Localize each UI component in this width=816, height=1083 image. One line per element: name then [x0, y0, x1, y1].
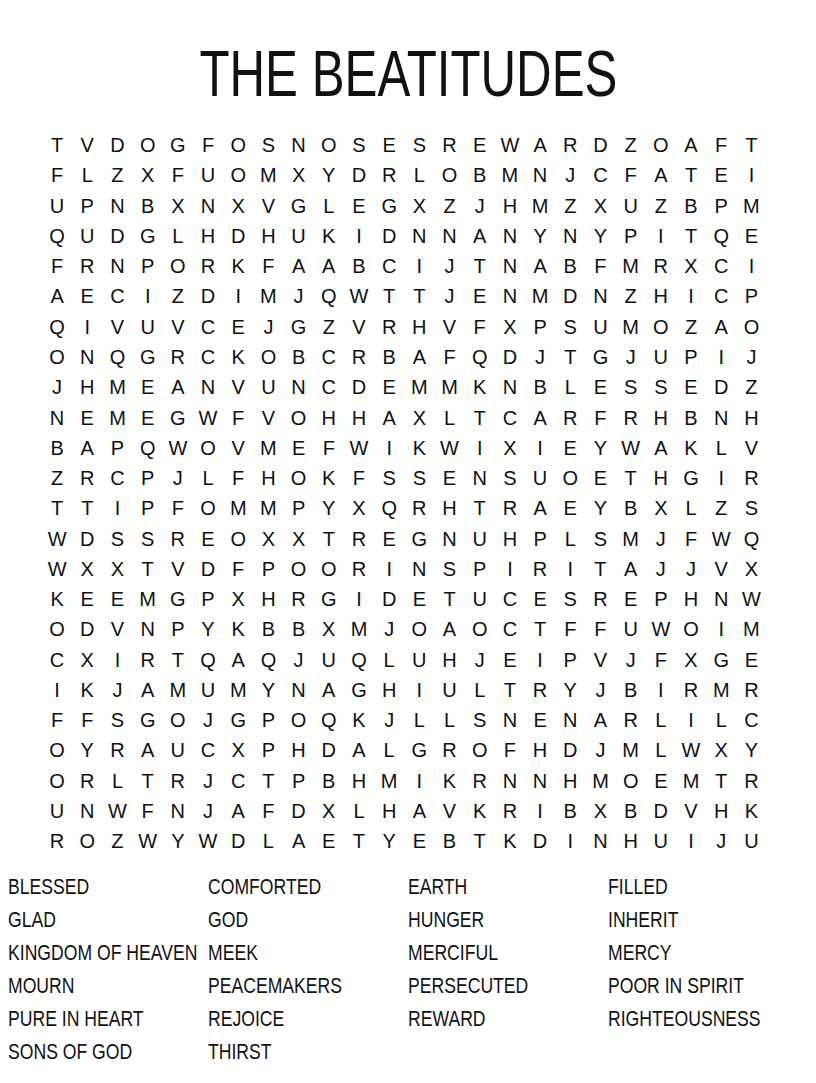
grid-cell-r3c24[interactable]: M: [736, 191, 766, 221]
grid-cell-r19c3[interactable]: J: [102, 675, 132, 705]
grid-cell-r13c18[interactable]: E: [555, 493, 585, 523]
grid-cell-r19c10[interactable]: A: [314, 675, 344, 705]
grid-cell-r20c1[interactable]: F: [42, 705, 72, 735]
grid-cell-r16c20[interactable]: E: [616, 584, 646, 614]
grid-cell-r17c4[interactable]: N: [133, 614, 163, 644]
grid-cell-r14c14[interactable]: N: [434, 523, 464, 553]
grid-cell-r4c2[interactable]: U: [72, 221, 102, 251]
grid-cell-r20c18[interactable]: N: [555, 705, 585, 735]
grid-cell-r9c1[interactable]: J: [42, 372, 72, 402]
grid-cell-r13c12[interactable]: Q: [374, 493, 404, 523]
grid-cell-r3c19[interactable]: X: [585, 191, 615, 221]
grid-cell-r5c19[interactable]: F: [585, 251, 615, 281]
grid-cell-r2c8[interactable]: M: [253, 160, 283, 190]
grid-cell-r8c20[interactable]: J: [616, 342, 646, 372]
grid-cell-r11c3[interactable]: P: [102, 433, 132, 463]
grid-cell-r8c2[interactable]: N: [72, 342, 102, 372]
grid-cell-r12c13[interactable]: S: [404, 463, 434, 493]
grid-cell-r5c10[interactable]: A: [314, 251, 344, 281]
grid-cell-r17c13[interactable]: O: [404, 614, 434, 644]
grid-cell-r12c8[interactable]: H: [253, 463, 283, 493]
grid-cell-r1c21[interactable]: O: [646, 130, 676, 160]
grid-cell-r23c14[interactable]: V: [434, 796, 464, 826]
grid-cell-r10c12[interactable]: A: [374, 402, 404, 432]
grid-cell-r5c16[interactable]: N: [495, 251, 525, 281]
grid-cell-r2c14[interactable]: O: [434, 160, 464, 190]
grid-cell-r22c12[interactable]: M: [374, 766, 404, 796]
grid-cell-r15c6[interactable]: D: [193, 554, 223, 584]
grid-cell-r23c2[interactable]: N: [72, 796, 102, 826]
grid-cell-r19c8[interactable]: Y: [253, 675, 283, 705]
grid-cell-r16c21[interactable]: P: [646, 584, 676, 614]
grid-cell-r12c2[interactable]: R: [72, 463, 102, 493]
grid-cell-r24c11[interactable]: T: [344, 826, 374, 856]
grid-cell-r16c5[interactable]: G: [163, 584, 193, 614]
grid-cell-r4c4[interactable]: G: [133, 221, 163, 251]
grid-cell-r24c4[interactable]: W: [133, 826, 163, 856]
grid-cell-r11c21[interactable]: A: [646, 433, 676, 463]
grid-cell-r20c13[interactable]: L: [404, 705, 434, 735]
grid-cell-r10c15[interactable]: T: [465, 402, 495, 432]
grid-cell-r21c20[interactable]: M: [616, 735, 646, 765]
grid-cell-r12c16[interactable]: S: [495, 463, 525, 493]
grid-cell-r21c5[interactable]: U: [163, 735, 193, 765]
grid-cell-r14c5[interactable]: R: [163, 523, 193, 553]
grid-cell-r23c19[interactable]: X: [585, 796, 615, 826]
grid-cell-r16c24[interactable]: W: [736, 584, 766, 614]
grid-cell-r15c23[interactable]: V: [706, 554, 736, 584]
grid-cell-r3c13[interactable]: X: [404, 191, 434, 221]
grid-cell-r13c4[interactable]: P: [133, 493, 163, 523]
grid-cell-r19c15[interactable]: L: [465, 675, 495, 705]
grid-cell-r12c10[interactable]: K: [314, 463, 344, 493]
grid-cell-r3c15[interactable]: J: [465, 191, 495, 221]
grid-cell-r11c14[interactable]: W: [434, 433, 464, 463]
grid-cell-r1c10[interactable]: O: [314, 130, 344, 160]
grid-cell-r17c22[interactable]: O: [676, 614, 706, 644]
grid-cell-r18c16[interactable]: E: [495, 645, 525, 675]
grid-cell-r5c17[interactable]: A: [525, 251, 555, 281]
grid-cell-r2c2[interactable]: L: [72, 160, 102, 190]
grid-cell-r11c16[interactable]: X: [495, 433, 525, 463]
grid-cell-r12c11[interactable]: F: [344, 463, 374, 493]
grid-cell-r16c23[interactable]: N: [706, 584, 736, 614]
grid-cell-r13c10[interactable]: Y: [314, 493, 344, 523]
grid-cell-r10c3[interactable]: M: [102, 402, 132, 432]
grid-cell-r5c24[interactable]: I: [736, 251, 766, 281]
grid-cell-r1c15[interactable]: E: [465, 130, 495, 160]
grid-cell-r17c18[interactable]: F: [555, 614, 585, 644]
grid-cell-r10c9[interactable]: O: [284, 402, 314, 432]
grid-cell-r13c9[interactable]: P: [284, 493, 314, 523]
grid-cell-r8c6[interactable]: C: [193, 342, 223, 372]
grid-cell-r10c16[interactable]: C: [495, 402, 525, 432]
grid-cell-r22c2[interactable]: R: [72, 766, 102, 796]
grid-cell-r13c17[interactable]: A: [525, 493, 555, 523]
grid-cell-r4c15[interactable]: A: [465, 221, 495, 251]
grid-cell-r6c22[interactable]: I: [676, 281, 706, 311]
grid-cell-r18c17[interactable]: I: [525, 645, 555, 675]
grid-cell-r23c20[interactable]: B: [616, 796, 646, 826]
grid-cell-r4c14[interactable]: N: [434, 221, 464, 251]
grid-cell-r24c1[interactable]: R: [42, 826, 72, 856]
grid-cell-r10c14[interactable]: L: [434, 402, 464, 432]
grid-cell-r4c12[interactable]: D: [374, 221, 404, 251]
grid-cell-r23c8[interactable]: F: [253, 796, 283, 826]
grid-cell-r14c12[interactable]: E: [374, 523, 404, 553]
grid-cell-r5c13[interactable]: I: [404, 251, 434, 281]
grid-cell-r10c8[interactable]: V: [253, 402, 283, 432]
grid-cell-r23c21[interactable]: D: [646, 796, 676, 826]
grid-cell-r9c18[interactable]: L: [555, 372, 585, 402]
grid-cell-r23c13[interactable]: A: [404, 796, 434, 826]
grid-cell-r8c4[interactable]: G: [133, 342, 163, 372]
grid-cell-r8c24[interactable]: J: [736, 342, 766, 372]
grid-cell-r7c20[interactable]: M: [616, 312, 646, 342]
grid-cell-r3c11[interactable]: E: [344, 191, 374, 221]
grid-cell-r9c24[interactable]: Z: [736, 372, 766, 402]
grid-cell-r17c8[interactable]: B: [253, 614, 283, 644]
grid-cell-r12c18[interactable]: O: [555, 463, 585, 493]
grid-cell-r1c6[interactable]: F: [193, 130, 223, 160]
grid-cell-r4c16[interactable]: N: [495, 221, 525, 251]
grid-cell-r22c7[interactable]: C: [223, 766, 253, 796]
grid-cell-r17c16[interactable]: C: [495, 614, 525, 644]
grid-cell-r15c11[interactable]: R: [344, 554, 374, 584]
grid-cell-r3c2[interactable]: P: [72, 191, 102, 221]
grid-cell-r19c22[interactable]: R: [676, 675, 706, 705]
grid-cell-r14c24[interactable]: Q: [736, 523, 766, 553]
grid-cell-r24c23[interactable]: J: [706, 826, 736, 856]
grid-cell-r15c8[interactable]: P: [253, 554, 283, 584]
grid-cell-r4c13[interactable]: N: [404, 221, 434, 251]
grid-cell-r2c12[interactable]: R: [374, 160, 404, 190]
grid-cell-r13c19[interactable]: Y: [585, 493, 615, 523]
grid-cell-r3c9[interactable]: G: [284, 191, 314, 221]
grid-cell-r3c14[interactable]: Z: [434, 191, 464, 221]
grid-cell-r8c19[interactable]: G: [585, 342, 615, 372]
grid-cell-r17c24[interactable]: M: [736, 614, 766, 644]
grid-cell-r13c15[interactable]: T: [465, 493, 495, 523]
grid-cell-r13c24[interactable]: S: [736, 493, 766, 523]
grid-cell-r19c2[interactable]: K: [72, 675, 102, 705]
grid-cell-r20c12[interactable]: J: [374, 705, 404, 735]
grid-cell-r22c20[interactable]: O: [616, 766, 646, 796]
grid-cell-r9c8[interactable]: U: [253, 372, 283, 402]
grid-cell-r18c10[interactable]: U: [314, 645, 344, 675]
grid-cell-r7c9[interactable]: G: [284, 312, 314, 342]
grid-cell-r10c17[interactable]: A: [525, 402, 555, 432]
grid-cell-r16c6[interactable]: P: [193, 584, 223, 614]
grid-cell-r5c21[interactable]: R: [646, 251, 676, 281]
grid-cell-r21c21[interactable]: L: [646, 735, 676, 765]
grid-cell-r21c19[interactable]: J: [585, 735, 615, 765]
grid-cell-r1c3[interactable]: D: [102, 130, 132, 160]
grid-cell-r9c13[interactable]: M: [404, 372, 434, 402]
grid-cell-r20c9[interactable]: O: [284, 705, 314, 735]
grid-cell-r14c19[interactable]: S: [585, 523, 615, 553]
grid-cell-r12c23[interactable]: I: [706, 463, 736, 493]
grid-cell-r20c10[interactable]: Q: [314, 705, 344, 735]
grid-cell-r7c3[interactable]: V: [102, 312, 132, 342]
grid-cell-r21c3[interactable]: R: [102, 735, 132, 765]
grid-cell-r10c5[interactable]: G: [163, 402, 193, 432]
grid-cell-r11c19[interactable]: Y: [585, 433, 615, 463]
grid-cell-r2c17[interactable]: N: [525, 160, 555, 190]
grid-cell-r7c21[interactable]: O: [646, 312, 676, 342]
grid-cell-r1c14[interactable]: R: [434, 130, 464, 160]
grid-cell-r20c14[interactable]: L: [434, 705, 464, 735]
grid-cell-r18c20[interactable]: J: [616, 645, 646, 675]
grid-cell-r20c2[interactable]: F: [72, 705, 102, 735]
grid-cell-r6c2[interactable]: E: [72, 281, 102, 311]
grid-cell-r24c7[interactable]: D: [223, 826, 253, 856]
grid-cell-r6c17[interactable]: M: [525, 281, 555, 311]
grid-cell-r5c5[interactable]: O: [163, 251, 193, 281]
grid-cell-r12c17[interactable]: U: [525, 463, 555, 493]
grid-cell-r8c5[interactable]: R: [163, 342, 193, 372]
grid-cell-r21c4[interactable]: A: [133, 735, 163, 765]
grid-cell-r22c18[interactable]: H: [555, 766, 585, 796]
grid-cell-r8c21[interactable]: U: [646, 342, 676, 372]
grid-cell-r9c19[interactable]: E: [585, 372, 615, 402]
grid-cell-r23c24[interactable]: K: [736, 796, 766, 826]
grid-cell-r13c23[interactable]: Z: [706, 493, 736, 523]
grid-cell-r8c15[interactable]: Q: [465, 342, 495, 372]
grid-cell-r21c12[interactable]: L: [374, 735, 404, 765]
grid-cell-r21c14[interactable]: R: [434, 735, 464, 765]
grid-cell-r19c23[interactable]: M: [706, 675, 736, 705]
grid-cell-r11c20[interactable]: W: [616, 433, 646, 463]
grid-cell-r15c13[interactable]: N: [404, 554, 434, 584]
grid-cell-r13c13[interactable]: R: [404, 493, 434, 523]
grid-cell-r18c23[interactable]: G: [706, 645, 736, 675]
grid-cell-r2c24[interactable]: I: [736, 160, 766, 190]
grid-cell-r22c5[interactable]: R: [163, 766, 193, 796]
grid-cell-r2c15[interactable]: B: [465, 160, 495, 190]
grid-cell-r4c20[interactable]: P: [616, 221, 646, 251]
grid-cell-r23c3[interactable]: W: [102, 796, 132, 826]
grid-cell-r8c13[interactable]: A: [404, 342, 434, 372]
grid-cell-r20c17[interactable]: E: [525, 705, 555, 735]
grid-cell-r10c11[interactable]: H: [344, 402, 374, 432]
grid-cell-r7c4[interactable]: U: [133, 312, 163, 342]
grid-cell-r24c6[interactable]: W: [193, 826, 223, 856]
grid-cell-r11c9[interactable]: E: [284, 433, 314, 463]
grid-cell-r16c9[interactable]: R: [284, 584, 314, 614]
grid-cell-r23c17[interactable]: I: [525, 796, 555, 826]
grid-cell-r15c7[interactable]: F: [223, 554, 253, 584]
grid-cell-r20c22[interactable]: I: [676, 705, 706, 735]
grid-cell-r9c3[interactable]: M: [102, 372, 132, 402]
grid-cell-r7c8[interactable]: J: [253, 312, 283, 342]
grid-cell-r11c24[interactable]: V: [736, 433, 766, 463]
grid-cell-r5c23[interactable]: C: [706, 251, 736, 281]
grid-cell-r18c5[interactable]: T: [163, 645, 193, 675]
grid-cell-r3c5[interactable]: X: [163, 191, 193, 221]
grid-cell-r4c19[interactable]: Y: [585, 221, 615, 251]
grid-cell-r12c12[interactable]: S: [374, 463, 404, 493]
grid-cell-r24c9[interactable]: A: [284, 826, 314, 856]
grid-cell-r23c1[interactable]: U: [42, 796, 72, 826]
grid-cell-r3c22[interactable]: B: [676, 191, 706, 221]
grid-cell-r6c16[interactable]: N: [495, 281, 525, 311]
grid-cell-r14c15[interactable]: U: [465, 523, 495, 553]
grid-cell-r22c21[interactable]: E: [646, 766, 676, 796]
grid-cell-r3c17[interactable]: M: [525, 191, 555, 221]
grid-cell-r14c8[interactable]: X: [253, 523, 283, 553]
grid-cell-r12c15[interactable]: N: [465, 463, 495, 493]
grid-cell-r24c3[interactable]: Z: [102, 826, 132, 856]
grid-cell-r20c7[interactable]: G: [223, 705, 253, 735]
grid-cell-r1c11[interactable]: S: [344, 130, 374, 160]
grid-cell-r17c19[interactable]: F: [585, 614, 615, 644]
grid-cell-r21c13[interactable]: G: [404, 735, 434, 765]
grid-cell-r16c18[interactable]: S: [555, 584, 585, 614]
grid-cell-r1c8[interactable]: S: [253, 130, 283, 160]
grid-cell-r16c15[interactable]: U: [465, 584, 495, 614]
grid-cell-r19c12[interactable]: H: [374, 675, 404, 705]
grid-cell-r14c22[interactable]: F: [676, 523, 706, 553]
grid-cell-r3c4[interactable]: B: [133, 191, 163, 221]
grid-cell-r16c12[interactable]: D: [374, 584, 404, 614]
grid-cell-r2c16[interactable]: M: [495, 160, 525, 190]
grid-cell-r21c18[interactable]: D: [555, 735, 585, 765]
grid-cell-r14c17[interactable]: P: [525, 523, 555, 553]
grid-cell-r22c15[interactable]: R: [465, 766, 495, 796]
grid-cell-r12c7[interactable]: F: [223, 463, 253, 493]
grid-cell-r19c20[interactable]: B: [616, 675, 646, 705]
grid-cell-r3c1[interactable]: U: [42, 191, 72, 221]
grid-cell-r19c19[interactable]: J: [585, 675, 615, 705]
grid-cell-r7c12[interactable]: R: [374, 312, 404, 342]
grid-cell-r10c22[interactable]: B: [676, 402, 706, 432]
grid-cell-r2c10[interactable]: Y: [314, 160, 344, 190]
grid-cell-r14c20[interactable]: M: [616, 523, 646, 553]
grid-cell-r22c8[interactable]: T: [253, 766, 283, 796]
grid-cell-r8c18[interactable]: T: [555, 342, 585, 372]
grid-cell-r4c1[interactable]: Q: [42, 221, 72, 251]
grid-cell-r20c20[interactable]: R: [616, 705, 646, 735]
grid-cell-r3c23[interactable]: P: [706, 191, 736, 221]
grid-cell-r15c12[interactable]: I: [374, 554, 404, 584]
grid-cell-r13c7[interactable]: M: [223, 493, 253, 523]
grid-cell-r18c15[interactable]: J: [465, 645, 495, 675]
grid-cell-r20c4[interactable]: G: [133, 705, 163, 735]
grid-cell-r18c6[interactable]: Q: [193, 645, 223, 675]
grid-cell-r17c20[interactable]: U: [616, 614, 646, 644]
grid-cell-r14c7[interactable]: O: [223, 523, 253, 553]
grid-cell-r7c1[interactable]: Q: [42, 312, 72, 342]
grid-cell-r24c5[interactable]: Y: [163, 826, 193, 856]
grid-cell-r9c15[interactable]: K: [465, 372, 495, 402]
grid-cell-r16c10[interactable]: G: [314, 584, 344, 614]
grid-cell-r3c16[interactable]: H: [495, 191, 525, 221]
grid-cell-r1c23[interactable]: F: [706, 130, 736, 160]
grid-cell-r15c4[interactable]: T: [133, 554, 163, 584]
grid-cell-r18c22[interactable]: X: [676, 645, 706, 675]
grid-cell-r2c9[interactable]: X: [284, 160, 314, 190]
grid-cell-r6c5[interactable]: Z: [163, 281, 193, 311]
grid-cell-r8c9[interactable]: B: [284, 342, 314, 372]
grid-cell-r1c5[interactable]: G: [163, 130, 193, 160]
grid-cell-r17c21[interactable]: W: [646, 614, 676, 644]
grid-cell-r8c11[interactable]: R: [344, 342, 374, 372]
grid-cell-r22c9[interactable]: P: [284, 766, 314, 796]
grid-cell-r2c5[interactable]: F: [163, 160, 193, 190]
grid-cell-r22c4[interactable]: T: [133, 766, 163, 796]
grid-cell-r18c24[interactable]: E: [736, 645, 766, 675]
grid-cell-r9c10[interactable]: C: [314, 372, 344, 402]
grid-cell-r11c5[interactable]: W: [163, 433, 193, 463]
grid-cell-r24c17[interactable]: D: [525, 826, 555, 856]
grid-cell-r12c20[interactable]: T: [616, 463, 646, 493]
grid-cell-r2c4[interactable]: X: [133, 160, 163, 190]
grid-cell-r8c22[interactable]: P: [676, 342, 706, 372]
grid-cell-r5c4[interactable]: P: [133, 251, 163, 281]
grid-cell-r4c10[interactable]: K: [314, 221, 344, 251]
grid-cell-r1c16[interactable]: W: [495, 130, 525, 160]
grid-cell-r23c4[interactable]: F: [133, 796, 163, 826]
grid-cell-r21c23[interactable]: X: [706, 735, 736, 765]
grid-cell-r3c12[interactable]: G: [374, 191, 404, 221]
grid-cell-r2c7[interactable]: O: [223, 160, 253, 190]
grid-cell-r23c10[interactable]: X: [314, 796, 344, 826]
grid-cell-r12c24[interactable]: R: [736, 463, 766, 493]
grid-cell-r19c16[interactable]: T: [495, 675, 525, 705]
grid-cell-r1c2[interactable]: V: [72, 130, 102, 160]
grid-cell-r19c4[interactable]: A: [133, 675, 163, 705]
grid-cell-r13c21[interactable]: X: [646, 493, 676, 523]
grid-cell-r15c1[interactable]: W: [42, 554, 72, 584]
grid-cell-r20c15[interactable]: S: [465, 705, 495, 735]
grid-cell-r14c9[interactable]: X: [284, 523, 314, 553]
grid-cell-r21c6[interactable]: C: [193, 735, 223, 765]
grid-cell-r5c18[interactable]: B: [555, 251, 585, 281]
grid-cell-r5c12[interactable]: C: [374, 251, 404, 281]
grid-cell-r23c16[interactable]: R: [495, 796, 525, 826]
grid-cell-r13c2[interactable]: T: [72, 493, 102, 523]
grid-cell-r4c11[interactable]: I: [344, 221, 374, 251]
grid-cell-r7c2[interactable]: I: [72, 312, 102, 342]
grid-cell-r18c3[interactable]: I: [102, 645, 132, 675]
grid-cell-r5c11[interactable]: B: [344, 251, 374, 281]
grid-cell-r6c11[interactable]: W: [344, 281, 374, 311]
grid-cell-r22c14[interactable]: K: [434, 766, 464, 796]
grid-cell-r17c11[interactable]: M: [344, 614, 374, 644]
grid-cell-r17c15[interactable]: O: [465, 614, 495, 644]
grid-cell-r10c1[interactable]: N: [42, 402, 72, 432]
grid-cell-r15c22[interactable]: J: [676, 554, 706, 584]
grid-cell-r24c18[interactable]: I: [555, 826, 585, 856]
grid-cell-r16c3[interactable]: E: [102, 584, 132, 614]
grid-cell-r8c12[interactable]: B: [374, 342, 404, 372]
grid-cell-r11c23[interactable]: L: [706, 433, 736, 463]
grid-cell-r9c16[interactable]: N: [495, 372, 525, 402]
grid-cell-r12c14[interactable]: E: [434, 463, 464, 493]
grid-cell-r18c11[interactable]: Q: [344, 645, 374, 675]
grid-cell-r22c6[interactable]: J: [193, 766, 223, 796]
grid-cell-r12c3[interactable]: C: [102, 463, 132, 493]
grid-cell-r5c8[interactable]: F: [253, 251, 283, 281]
grid-cell-r9c17[interactable]: B: [525, 372, 555, 402]
grid-cell-r21c2[interactable]: Y: [72, 735, 102, 765]
grid-cell-r18c2[interactable]: X: [72, 645, 102, 675]
grid-cell-r22c22[interactable]: M: [676, 766, 706, 796]
grid-cell-r3c7[interactable]: X: [223, 191, 253, 221]
grid-cell-r4c18[interactable]: N: [555, 221, 585, 251]
grid-cell-r4c8[interactable]: H: [253, 221, 283, 251]
